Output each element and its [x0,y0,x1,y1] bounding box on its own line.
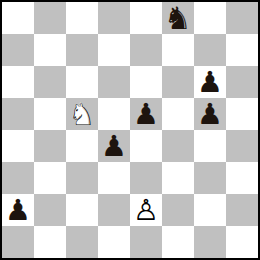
square-g3 [194,162,226,194]
piece-black-pawn-g6: ♟ [194,66,226,98]
square-a5 [2,98,34,130]
square-d8 [98,2,130,34]
piece-white-knight-c5: ♞♘ [66,98,98,130]
square-b3 [34,162,66,194]
square-d6 [98,66,130,98]
square-c7 [66,34,98,66]
piece-black-knight-f8: ♞ [162,2,194,34]
chess-board: ♞♟♞♘♟♟♟♟♟♙ [0,0,260,260]
square-f5 [162,98,194,130]
square-e6 [130,66,162,98]
square-b5 [34,98,66,130]
square-c1 [66,226,98,258]
square-h7 [226,34,258,66]
square-e2: ♟♙ [130,194,162,226]
square-a7 [2,34,34,66]
square-b2 [34,194,66,226]
square-a6 [2,66,34,98]
square-h8 [226,2,258,34]
square-c5: ♞♘ [66,98,98,130]
piece-black-pawn-e5: ♟ [130,98,162,130]
square-b1 [34,226,66,258]
piece-white-pawn-e2: ♟♙ [130,194,162,226]
piece-black-pawn-d4: ♟ [98,130,130,162]
piece-black-pawn-g5: ♟ [194,98,226,130]
square-g7 [194,34,226,66]
square-g5: ♟ [194,98,226,130]
square-a1 [2,226,34,258]
square-d5 [98,98,130,130]
square-c2 [66,194,98,226]
square-d2 [98,194,130,226]
square-h5 [226,98,258,130]
square-a3 [2,162,34,194]
square-h1 [226,226,258,258]
square-b7 [34,34,66,66]
piece-black-pawn-a2: ♟ [2,194,34,226]
chess-diagram: ♞♟♞♘♟♟♟♟♟♙ [0,0,260,260]
square-b4 [34,130,66,162]
square-h6 [226,66,258,98]
square-b6 [34,66,66,98]
square-c8 [66,2,98,34]
white-piece-outline: ♙ [130,194,162,226]
square-a2: ♟ [2,194,34,226]
square-e5: ♟ [130,98,162,130]
square-f6 [162,66,194,98]
square-g6: ♟ [194,66,226,98]
square-f1 [162,226,194,258]
square-h3 [226,162,258,194]
white-piece-outline: ♘ [66,98,98,130]
square-d3 [98,162,130,194]
square-c3 [66,162,98,194]
square-e1 [130,226,162,258]
square-g1 [194,226,226,258]
square-d4: ♟ [98,130,130,162]
square-e4 [130,130,162,162]
square-h4 [226,130,258,162]
square-h2 [226,194,258,226]
square-c4 [66,130,98,162]
square-a8 [2,2,34,34]
square-a4 [2,130,34,162]
square-g8 [194,2,226,34]
square-c6 [66,66,98,98]
square-d1 [98,226,130,258]
square-g4 [194,130,226,162]
square-g2 [194,194,226,226]
square-f3 [162,162,194,194]
square-d7 [98,34,130,66]
square-f7 [162,34,194,66]
square-f2 [162,194,194,226]
square-e8 [130,2,162,34]
square-f8: ♞ [162,2,194,34]
square-e3 [130,162,162,194]
square-f4 [162,130,194,162]
square-e7 [130,34,162,66]
square-b8 [34,2,66,34]
